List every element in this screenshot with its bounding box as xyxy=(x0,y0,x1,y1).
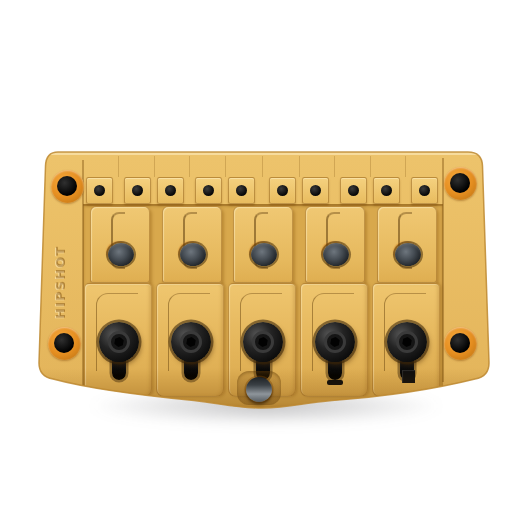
string-anchor-block xyxy=(86,177,113,204)
saddle-upper-plate xyxy=(233,206,293,283)
anchor-screw-hole xyxy=(310,185,321,196)
block-gap-slit xyxy=(262,156,263,177)
anchor-screw-hole xyxy=(165,185,176,196)
string-anchor-block xyxy=(411,177,438,204)
string-anchor-block xyxy=(302,177,329,204)
mounting-hole xyxy=(54,333,74,353)
saddle-upper-plate xyxy=(90,206,150,283)
intonation-screw-head xyxy=(315,322,355,362)
product-photo: HIPSHOT xyxy=(0,0,530,530)
mounting-hole-ferrule xyxy=(444,167,477,200)
string-anchor-block xyxy=(228,177,255,204)
top-edge-highlight xyxy=(50,152,478,155)
center-notch-hole xyxy=(246,377,272,402)
block-gap-slit xyxy=(154,156,155,177)
block-gap-slit xyxy=(189,156,190,177)
string-opening-hole xyxy=(251,243,277,266)
string-anchor-block xyxy=(340,177,367,204)
saddle-upper-plate xyxy=(305,206,365,283)
anchor-screw-hole xyxy=(236,185,247,196)
string-opening-hole xyxy=(323,243,349,266)
block-gap-slit xyxy=(225,156,226,177)
string-anchor-block xyxy=(269,177,296,204)
mounting-hole-ferrule xyxy=(51,170,84,203)
mounting-hole xyxy=(450,173,470,193)
intonation-screw-head xyxy=(171,322,211,362)
saddle-upper-plate xyxy=(162,206,222,283)
mounting-hole-ferrule xyxy=(444,327,477,360)
intonation-screw-head xyxy=(387,322,427,362)
anchor-screw-hole xyxy=(277,185,288,196)
string-anchor-block xyxy=(195,177,222,204)
block-gap-slit xyxy=(334,156,335,177)
string-anchor-block xyxy=(124,177,151,204)
mounting-hole-ferrule xyxy=(48,327,81,360)
mounting-hole xyxy=(57,176,77,196)
string-opening-hole xyxy=(180,243,206,266)
block-gap-slit xyxy=(299,156,300,177)
block-gap-slit xyxy=(370,156,371,177)
string-anchor-block xyxy=(373,177,400,204)
embossed-logo-text: HIPSHOT xyxy=(47,240,73,324)
block-gap-slit xyxy=(118,156,119,177)
right-flange-seam xyxy=(442,158,444,382)
intonation-screw-head xyxy=(99,322,139,362)
saddle-upper-plate xyxy=(377,206,437,283)
mounting-hole xyxy=(450,333,470,353)
intonation-screw-head xyxy=(243,322,283,362)
string-opening-hole xyxy=(108,243,134,266)
anchor-screw-hole xyxy=(132,185,143,196)
anchor-screw-hole xyxy=(381,185,392,196)
anchor-screw-hole xyxy=(419,185,430,196)
anchor-screw-hole xyxy=(94,185,105,196)
anchor-screw-hole xyxy=(203,185,214,196)
anchor-screw-hole xyxy=(348,185,359,196)
string-anchor-block xyxy=(157,177,184,204)
string-opening-hole xyxy=(395,243,421,266)
block-gap-slit xyxy=(405,156,406,177)
